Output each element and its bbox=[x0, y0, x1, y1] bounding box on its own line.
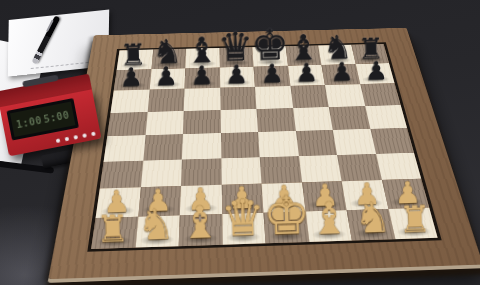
square-c5[interactable] bbox=[183, 110, 221, 134]
black-pawn[interactable]: ♟ bbox=[155, 63, 179, 89]
white-bishop[interactable]: ♝ bbox=[179, 200, 220, 245]
black-pawn[interactable]: ♟ bbox=[225, 61, 248, 87]
square-f5[interactable] bbox=[293, 107, 333, 131]
black-pawn[interactable]: ♟ bbox=[190, 62, 213, 88]
chess-board: ♜♞♝♛♚♝♞♜♟♟♟♟♟♟♟♟♟♟♟♟♟♟♟♟♜♞♝♛♚♝♞♜ bbox=[48, 28, 480, 279]
square-c7[interactable]: ♟ bbox=[185, 67, 220, 88]
black-pawn[interactable]: ♟ bbox=[330, 59, 353, 85]
tournament-table-scene: 1:00 5:00 ♜♞♝♛♚♝♞♜♟♟♟♟♟♟♟♟♟♟♟♟♟♟♟♟♜♞♝♛♚♝… bbox=[0, 0, 480, 285]
square-a4[interactable] bbox=[104, 135, 145, 161]
black-pawn[interactable]: ♟ bbox=[295, 59, 318, 85]
square-h6[interactable] bbox=[360, 83, 401, 106]
chess-board-grid: ♜♞♝♛♚♝♞♜♟♟♟♟♟♟♟♟♟♟♟♟♟♟♟♟♜♞♝♛♚♝♞♜ bbox=[87, 42, 441, 251]
white-rook[interactable]: ♜ bbox=[399, 200, 433, 238]
square-e6[interactable] bbox=[255, 86, 293, 109]
white-queen[interactable]: ♛ bbox=[220, 193, 266, 244]
square-e5[interactable] bbox=[256, 108, 295, 132]
clock-display: 1:00 5:00 bbox=[6, 98, 78, 140]
square-c1[interactable]: ♝ bbox=[179, 214, 223, 246]
white-bishop[interactable]: ♝ bbox=[309, 196, 349, 241]
square-f6[interactable] bbox=[290, 85, 329, 108]
square-f1[interactable]: ♝ bbox=[305, 210, 352, 242]
square-e4[interactable] bbox=[258, 131, 298, 157]
clock-left-time: 1:00 bbox=[15, 114, 43, 130]
square-d6[interactable] bbox=[220, 87, 257, 110]
square-a1[interactable]: ♜ bbox=[91, 216, 138, 249]
square-h1[interactable]: ♜ bbox=[388, 207, 438, 239]
square-d5[interactable] bbox=[220, 109, 258, 133]
square-g4[interactable] bbox=[333, 129, 376, 155]
square-f4[interactable] bbox=[295, 130, 337, 156]
white-knight[interactable]: ♞ bbox=[354, 197, 392, 240]
square-h5[interactable] bbox=[365, 105, 407, 129]
white-knight[interactable]: ♞ bbox=[137, 204, 176, 247]
board-frame: ♜♞♝♛♚♝♞♜♟♟♟♟♟♟♟♟♟♟♟♟♟♟♟♟♜♞♝♛♚♝♞♜ bbox=[48, 28, 480, 279]
white-king[interactable]: ♚ bbox=[262, 188, 311, 243]
square-e1[interactable]: ♚ bbox=[263, 211, 308, 243]
square-a5[interactable] bbox=[107, 112, 147, 137]
square-c6[interactable] bbox=[184, 88, 220, 111]
square-h7[interactable]: ♟ bbox=[355, 63, 394, 84]
square-b6[interactable] bbox=[147, 89, 184, 112]
square-a7[interactable]: ♟ bbox=[114, 69, 151, 91]
square-b5[interactable] bbox=[145, 111, 184, 135]
square-a6[interactable] bbox=[111, 90, 150, 113]
square-g5[interactable] bbox=[329, 106, 370, 130]
black-pawn[interactable]: ♟ bbox=[365, 58, 388, 84]
white-rook[interactable]: ♜ bbox=[95, 210, 130, 248]
black-pawn[interactable]: ♟ bbox=[119, 64, 143, 90]
square-b7[interactable]: ♟ bbox=[149, 68, 185, 90]
square-c4[interactable] bbox=[182, 133, 221, 159]
square-g7[interactable]: ♟ bbox=[321, 64, 359, 85]
square-f7[interactable]: ♟ bbox=[288, 65, 325, 86]
black-pawn[interactable]: ♟ bbox=[260, 60, 283, 86]
clock-right-time: 5:00 bbox=[43, 109, 71, 125]
square-d7[interactable]: ♟ bbox=[219, 66, 254, 87]
square-g1[interactable]: ♞ bbox=[347, 209, 395, 241]
square-g6[interactable] bbox=[325, 84, 365, 107]
square-d1[interactable]: ♛ bbox=[222, 212, 266, 244]
square-d4[interactable] bbox=[220, 132, 259, 158]
square-b4[interactable] bbox=[143, 134, 183, 160]
square-b1[interactable]: ♞ bbox=[135, 215, 180, 248]
square-e7[interactable]: ♟ bbox=[254, 66, 290, 87]
square-h4[interactable] bbox=[370, 128, 414, 154]
